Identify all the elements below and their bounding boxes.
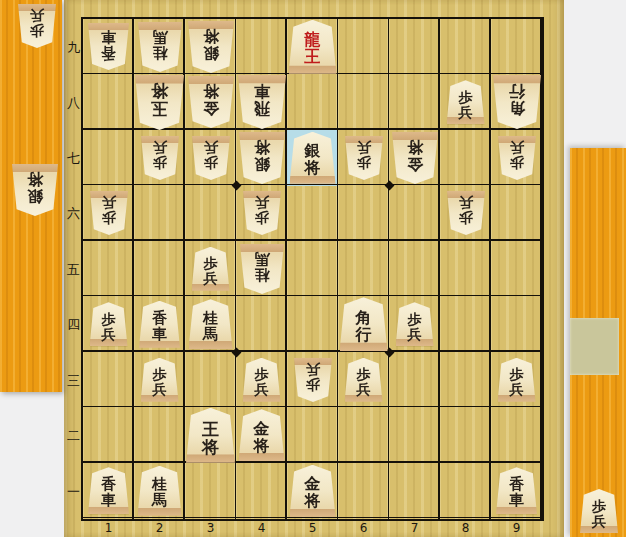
piece-kanji: 歩	[102, 211, 116, 226]
square-8三[interactable]	[440, 352, 491, 408]
piece-sente-5三[interactable]: 歩兵	[294, 358, 332, 402]
piece-kanji: 桂	[152, 44, 167, 60]
square-8一[interactable]	[440, 463, 491, 519]
piece-gote-2一[interactable]: 桂馬	[138, 466, 182, 516]
piece-kanji: 金	[407, 155, 423, 172]
piece-sente-2八[interactable]: 玉将	[135, 75, 184, 130]
piece-gote-4三[interactable]: 歩兵	[243, 358, 281, 402]
piece-kanji: 将	[254, 438, 270, 455]
piece-kanji: 歩	[306, 377, 320, 392]
piece-sente-6七[interactable]: 歩兵	[345, 136, 383, 180]
piece-kanji: 兵	[459, 196, 473, 211]
square-9二[interactable]	[491, 408, 542, 464]
piece-sente-3九[interactable]: 銀将	[188, 21, 234, 73]
piece-gote-9三[interactable]: 歩兵	[498, 358, 536, 402]
piece-kanji: 王	[202, 420, 219, 438]
piece-kanji: 歩	[592, 499, 606, 514]
piece-sente-4八[interactable]: 飛車	[238, 75, 286, 129]
shogi-app: 九八七六五四三二一 123456789 香車桂馬銀将龍王玉将金将飛車歩兵角行歩兵…	[0, 0, 626, 537]
piece-kanji: 馬	[152, 493, 167, 509]
piece-kanji: 行	[509, 83, 525, 100]
piece-kanji: 将	[151, 82, 168, 100]
piece-kanji: 車	[254, 83, 270, 100]
file-label-7: 7	[389, 521, 440, 535]
file-label-9: 9	[491, 521, 542, 535]
komadai-highlight-slot	[570, 318, 619, 375]
piece-sente-7七[interactable]: 金将	[392, 132, 438, 184]
rank-label-九: 九	[64, 39, 83, 57]
square-7五[interactable]	[389, 241, 440, 297]
square-6二[interactable]	[338, 408, 389, 464]
piece-kanji: 歩	[459, 90, 473, 105]
piece-kanji: 歩	[510, 155, 524, 170]
piece-kanji: 歩	[204, 155, 218, 170]
piece-kanji: 将	[203, 83, 219, 100]
piece-gote-1四[interactable]: 歩兵	[90, 302, 128, 346]
piece-sente-4六[interactable]: 歩兵	[243, 191, 281, 235]
file-label-5: 5	[287, 521, 338, 535]
piece-kanji: 将	[407, 138, 423, 155]
piece-kanji: 玉	[151, 100, 168, 118]
file-label-2: 2	[134, 521, 185, 535]
square-2二[interactable]	[134, 408, 185, 464]
piece-sente-4五[interactable]: 桂馬	[240, 244, 284, 294]
piece-kanji: 車	[152, 327, 167, 343]
square-1三[interactable]	[83, 352, 134, 408]
piece-kanji: 将	[27, 171, 43, 188]
piece-sente-8六[interactable]: 歩兵	[447, 191, 485, 235]
rank-label-七: 七	[64, 150, 83, 168]
piece-kanji: 行	[356, 327, 372, 344]
piece-kanji: 歩	[357, 367, 371, 382]
piece-gote-2四[interactable]: 香車	[139, 301, 180, 348]
piece-kanji: 香	[101, 44, 116, 60]
piece-kanji: 兵	[592, 514, 606, 529]
square-5二[interactable]	[287, 408, 338, 464]
square-7九[interactable]	[389, 19, 440, 75]
square-9九[interactable]	[491, 19, 542, 75]
piece-gote-3四[interactable]: 桂馬	[189, 299, 233, 349]
piece-kanji: 兵	[255, 382, 269, 397]
square-6一[interactable]	[338, 463, 389, 519]
piece-kanji: 将	[254, 138, 270, 155]
file-label-6: 6	[338, 521, 389, 535]
piece-kanji: 将	[203, 27, 219, 44]
square-8二[interactable]	[440, 408, 491, 464]
piece-kanji: 歩	[153, 155, 167, 170]
piece-kanji: 兵	[102, 196, 116, 211]
rank-label-一: 一	[64, 483, 83, 501]
piece-kanji: 歩	[102, 312, 116, 327]
piece-kanji: 角	[509, 100, 525, 117]
square-4四[interactable]	[236, 297, 287, 353]
square-2五[interactable]	[134, 241, 185, 297]
piece-kanji: 兵	[102, 327, 116, 342]
piece-kanji: 金	[203, 100, 219, 117]
piece-kanji: 銀	[254, 155, 270, 172]
piece-sente-4七[interactable]: 銀将	[239, 132, 285, 184]
piece-gote-9一[interactable]: 香車	[496, 467, 537, 514]
piece-kanji: 銀	[203, 44, 219, 61]
piece-gote-3二[interactable]: 王将	[186, 408, 235, 463]
hand-piece-sente-銀将[interactable]: 銀将	[12, 164, 58, 216]
piece-kanji: 歩	[459, 211, 473, 226]
piece-gote-5一[interactable]: 金将	[290, 465, 336, 517]
square-5五[interactable]	[287, 241, 338, 297]
rank-label-八: 八	[64, 94, 83, 112]
piece-kanji: 歩	[204, 256, 218, 271]
rank-label-六: 六	[64, 205, 83, 223]
piece-sente-1六[interactable]: 歩兵	[90, 191, 128, 235]
square-4一[interactable]	[236, 463, 287, 519]
sente-captured-tray: 歩兵銀将	[0, 0, 62, 392]
square-5六[interactable]	[287, 186, 338, 242]
square-1五[interactable]	[83, 241, 134, 297]
piece-sente-9七[interactable]: 歩兵	[498, 136, 536, 180]
piece-kanji: 王	[305, 49, 321, 66]
square-9五[interactable]	[491, 241, 542, 297]
piece-kanji: 兵	[357, 382, 371, 397]
rank-label-三: 三	[64, 372, 83, 390]
piece-gote-8八[interactable]: 歩兵	[447, 80, 485, 124]
file-label-4: 4	[236, 521, 287, 535]
piece-kanji: 馬	[152, 28, 167, 44]
square-1七[interactable]	[83, 130, 134, 186]
piece-sente-3八[interactable]: 金将	[188, 76, 234, 128]
square-3三[interactable]	[185, 352, 236, 408]
piece-kanji: 歩	[153, 367, 167, 382]
piece-kanji: 歩	[255, 367, 269, 382]
piece-kanji: 兵	[30, 9, 44, 24]
piece-kanji: 兵	[357, 140, 371, 155]
piece-kanji: 兵	[306, 362, 320, 377]
square-1八[interactable]	[83, 75, 134, 131]
piece-kanji: 兵	[204, 140, 218, 155]
piece-kanji: 歩	[30, 24, 44, 39]
piece-kanji: 兵	[204, 271, 218, 286]
file-label-1: 1	[83, 521, 134, 535]
rank-label-四: 四	[64, 316, 83, 334]
piece-kanji: 銀	[27, 188, 43, 205]
piece-gote-6四[interactable]: 角行	[340, 297, 388, 351]
piece-gote-4二[interactable]: 金将	[239, 409, 285, 461]
piece-kanji: 車	[101, 28, 116, 44]
piece-sente-9八[interactable]: 角行	[493, 75, 541, 129]
square-3一[interactable]	[185, 463, 236, 519]
piece-gote-6三[interactable]: 歩兵	[345, 358, 383, 402]
piece-sente-3七[interactable]: 歩兵	[192, 136, 230, 180]
piece-gote-3五[interactable]: 歩兵	[192, 247, 230, 291]
piece-kanji: 馬	[254, 250, 269, 266]
square-6六[interactable]	[338, 186, 389, 242]
piece-kanji: 兵	[408, 327, 422, 342]
piece-kanji: 兵	[153, 140, 167, 155]
square-6五[interactable]	[338, 241, 389, 297]
square-8九[interactable]	[440, 19, 491, 75]
rank-label-二: 二	[64, 427, 83, 445]
piece-kanji: 馬	[203, 327, 218, 343]
file-label-3: 3	[185, 521, 236, 535]
piece-kanji: 車	[509, 493, 524, 509]
square-4九[interactable]	[236, 19, 287, 75]
piece-gote-5九[interactable]: 龍王	[289, 20, 337, 74]
piece-gote-5七[interactable]: 銀将	[290, 132, 336, 184]
piece-kanji: 将	[202, 438, 219, 456]
piece-sente-2九[interactable]: 桂馬	[138, 22, 182, 72]
square-5八[interactable]	[287, 75, 338, 131]
square-3六[interactable]	[185, 186, 236, 242]
square-7三[interactable]	[389, 352, 440, 408]
square-7二[interactable]	[389, 408, 440, 464]
square-1二[interactable]	[83, 408, 134, 464]
piece-kanji: 飛	[254, 100, 270, 117]
piece-sente-1九[interactable]: 香車	[88, 23, 129, 70]
piece-kanji: 歩	[255, 211, 269, 226]
piece-gote-1一[interactable]: 香車	[88, 467, 129, 514]
rank-label-五: 五	[64, 261, 83, 279]
piece-kanji: 将	[305, 493, 321, 510]
square-9四[interactable]	[491, 297, 542, 353]
piece-kanji: 兵	[459, 105, 473, 120]
piece-kanji: 歩	[510, 367, 524, 382]
square-6九[interactable]	[338, 19, 389, 75]
square-7六[interactable]	[389, 186, 440, 242]
piece-kanji: 兵	[510, 382, 524, 397]
file-label-8: 8	[440, 521, 491, 535]
shogi-board: 九八七六五四三二一 123456789 香車桂馬銀将龍王玉将金将飛車歩兵角行歩兵…	[64, 0, 564, 537]
square-2六[interactable]	[134, 186, 185, 242]
piece-kanji: 兵	[153, 382, 167, 397]
square-9六[interactable]	[491, 186, 542, 242]
square-7八[interactable]	[389, 75, 440, 131]
piece-kanji: 桂	[254, 266, 269, 282]
square-6八[interactable]	[338, 75, 389, 131]
hand-piece-sente-歩兵[interactable]: 歩兵	[18, 4, 56, 48]
square-5四[interactable]	[287, 297, 338, 353]
piece-kanji: 兵	[255, 196, 269, 211]
piece-kanji: 歩	[408, 312, 422, 327]
square-7一[interactable]	[389, 463, 440, 519]
piece-gote-2三[interactable]: 歩兵	[141, 358, 179, 402]
piece-kanji: 兵	[510, 140, 524, 155]
piece-kanji: 将	[305, 160, 321, 177]
piece-sente-2七[interactable]: 歩兵	[141, 136, 179, 180]
hand-piece-gote-歩兵[interactable]: 歩兵	[580, 489, 618, 533]
square-8五[interactable]	[440, 241, 491, 297]
square-8四[interactable]	[440, 297, 491, 353]
gote-captured-tray: 歩兵	[570, 148, 626, 537]
square-8七[interactable]	[440, 130, 491, 186]
piece-gote-7四[interactable]: 歩兵	[396, 302, 434, 346]
piece-kanji: 歩	[357, 155, 371, 170]
piece-kanji: 車	[101, 493, 116, 509]
